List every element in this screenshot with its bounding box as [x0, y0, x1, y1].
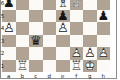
- rank-label-1: 1: [0, 60, 5, 73]
- rank-label-4: 4: [0, 22, 5, 35]
- rank-label-2: 2: [0, 47, 5, 60]
- file-labels: abcdefgh: [2, 73, 110, 80]
- file-label-d: d: [43, 73, 57, 80]
- square-d5[interactable]: [43, 10, 57, 23]
- square-g4[interactable]: [83, 22, 97, 35]
- square-c1[interactable]: [29, 60, 43, 73]
- square-e2[interactable]: [56, 47, 70, 60]
- square-b1[interactable]: [16, 60, 30, 73]
- square-h5[interactable]: ♟: [97, 10, 111, 23]
- square-h4[interactable]: [97, 22, 111, 35]
- square-c6[interactable]: [29, 0, 43, 10]
- chess-diagram: ♟♟♟♛ 654321 abcdefgh: [0, 0, 120, 80]
- rank-labels: 654321: [0, 0, 5, 72]
- square-d6[interactable]: [43, 0, 57, 10]
- square-e1[interactable]: [56, 60, 70, 73]
- file-label-g: g: [83, 73, 97, 80]
- file-label-h: h: [97, 73, 111, 80]
- file-label-a: a: [2, 73, 16, 80]
- square-g6[interactable]: [83, 0, 97, 10]
- square-b6[interactable]: [16, 0, 30, 10]
- file-label-e: e: [56, 73, 70, 80]
- square-b4[interactable]: [16, 22, 30, 35]
- white-pawn-e4[interactable]: [56, 21, 70, 34]
- rank-label-3: 3: [0, 35, 5, 48]
- file-label-c: c: [29, 73, 43, 80]
- square-f4[interactable]: [70, 22, 84, 35]
- square-b3[interactable]: [16, 35, 30, 48]
- square-d1[interactable]: [43, 60, 57, 73]
- square-d2[interactable]: [43, 47, 57, 60]
- white-rook-b1[interactable]: [16, 59, 30, 72]
- white-pawn-h2[interactable]: [97, 46, 111, 59]
- square-g5[interactable]: [83, 10, 97, 23]
- square-e3[interactable]: [56, 35, 70, 48]
- file-label-f: f: [70, 73, 84, 80]
- square-h1[interactable]: [97, 60, 111, 73]
- square-e4[interactable]: [56, 22, 70, 35]
- square-c2[interactable]: [29, 47, 43, 60]
- square-d3[interactable]: [43, 35, 57, 48]
- square-f6[interactable]: [70, 0, 84, 10]
- black-queen-c3[interactable]: ♛: [29, 34, 43, 47]
- square-c5[interactable]: [29, 10, 43, 23]
- black-pawn-h5[interactable]: ♟: [97, 9, 111, 22]
- square-h2[interactable]: [97, 47, 111, 60]
- white-queen-f6[interactable]: [70, 0, 84, 9]
- square-d4[interactable]: [43, 22, 57, 35]
- chess-board[interactable]: ♟♟♟♛: [2, 0, 110, 72]
- square-g1[interactable]: [83, 60, 97, 73]
- rank-label-5: 5: [0, 10, 5, 23]
- square-f1[interactable]: [70, 60, 84, 73]
- square-c3[interactable]: ♛: [29, 35, 43, 48]
- square-b5[interactable]: [16, 10, 30, 23]
- white-rook-f1[interactable]: [70, 59, 84, 72]
- rank-label-6: 6: [0, 0, 5, 10]
- file-label-b: b: [16, 73, 30, 80]
- square-f5[interactable]: [70, 10, 84, 23]
- white-king-g1[interactable]: [83, 59, 97, 72]
